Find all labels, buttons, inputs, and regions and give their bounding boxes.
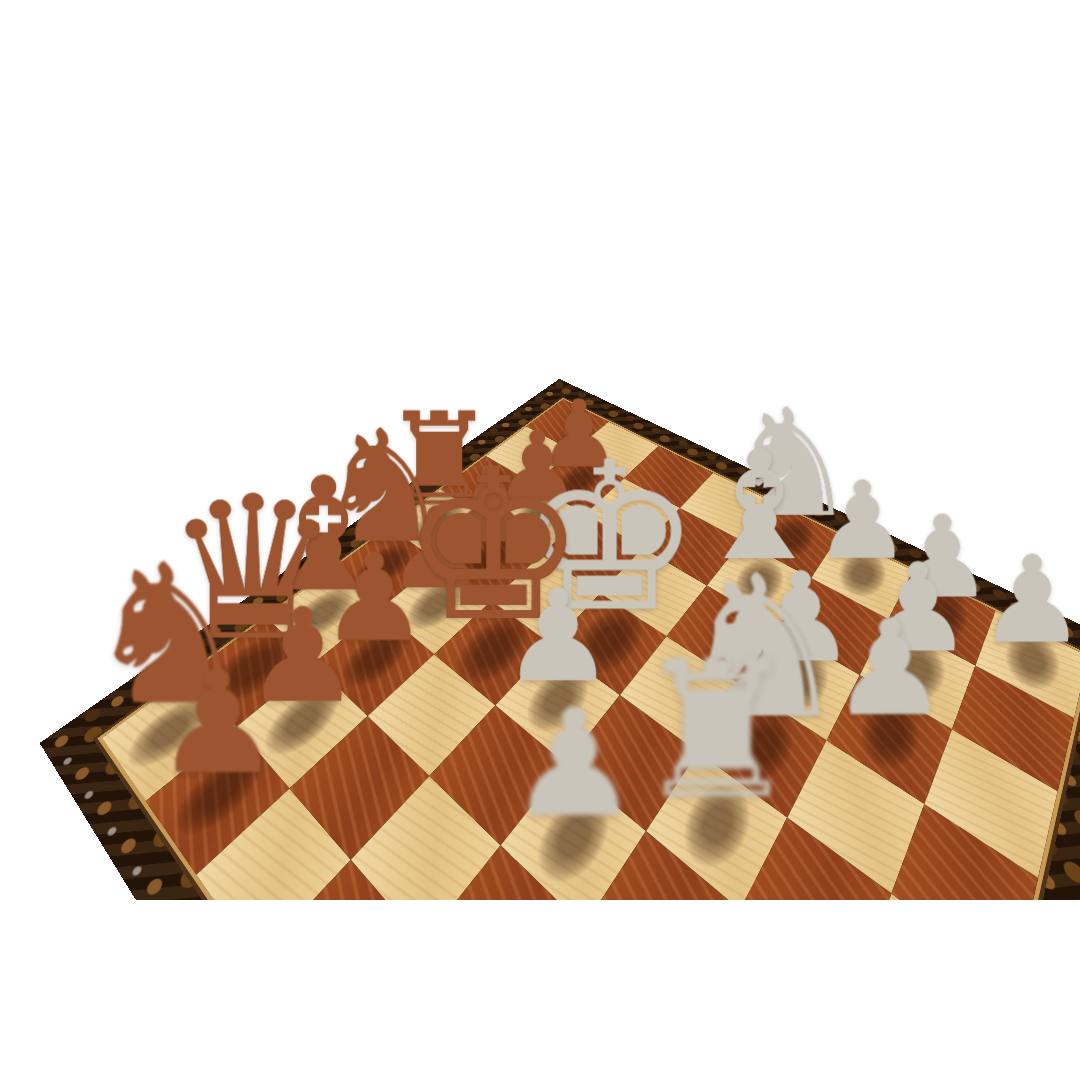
piece-silver-rook-d3: ♜ — [633, 636, 801, 824]
piece-silver-pawn-h1: ♟ — [978, 540, 1080, 661]
piece-copper-pawn-a7: ♟ — [155, 653, 282, 795]
piece-silver-pawn-c4: ♟ — [507, 690, 640, 838]
chess-board: ♟♟♜♞♟♞♟♝♟♝♟♚♚♟♟♛♟♟♟♟♞♟♞♟♜♟ — [40, 379, 1080, 900]
photo-band: ♟♟♜♞♟♞♟♝♟♝♟♚♚♟♟♛♟♟♟♟♞♟♞♟♜♟ — [0, 0, 1080, 900]
board-grid: ♟♟♜♞♟♞♟♝♟♝♟♚♚♟♟♛♟♟♟♟♞♟♞♟♜♟ — [102, 399, 1080, 900]
product-photo-frame: ♟♟♜♞♟♞♟♝♟♝♟♚♚♟♟♛♟♟♟♟♞♟♞♟♜♟ — [0, 0, 1080, 1080]
